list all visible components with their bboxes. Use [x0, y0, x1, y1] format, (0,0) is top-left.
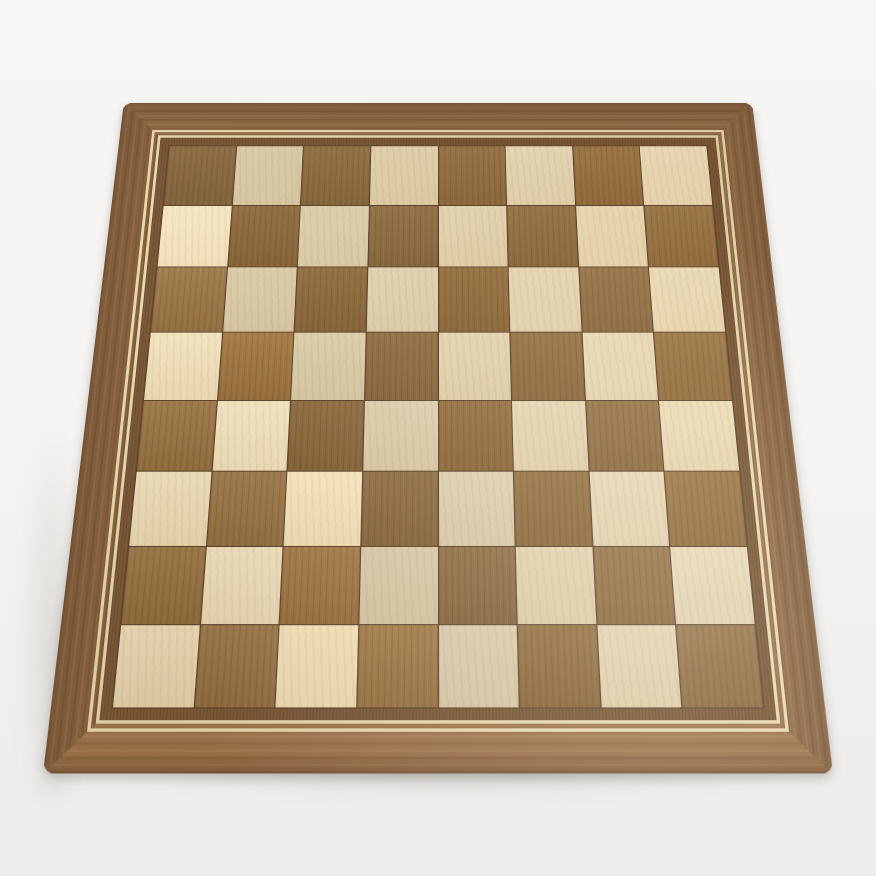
square-e5 [438, 332, 511, 399]
square-g7 [576, 206, 648, 267]
square-b2 [201, 547, 283, 625]
square-c7 [298, 206, 369, 267]
square-b3 [207, 472, 287, 546]
square-h3 [665, 472, 747, 546]
square-g1 [597, 626, 681, 708]
square-f5 [510, 332, 584, 399]
square-f8 [506, 146, 575, 204]
square-h4 [659, 400, 739, 470]
square-b5 [218, 332, 294, 399]
square-a6 [151, 268, 227, 332]
square-d6 [367, 268, 438, 332]
square-h7 [645, 206, 719, 267]
square-h8 [640, 146, 712, 204]
square-a5 [144, 332, 222, 399]
square-h2 [671, 547, 755, 625]
square-a1 [113, 626, 200, 708]
square-h5 [654, 332, 732, 399]
square-f2 [516, 547, 596, 625]
square-g8 [573, 146, 644, 204]
square-f3 [514, 472, 592, 546]
square-f4 [512, 400, 588, 470]
square-d2 [359, 547, 437, 625]
square-d3 [361, 472, 437, 546]
square-b7 [228, 206, 300, 267]
square-b4 [212, 400, 290, 470]
square-a4 [137, 400, 217, 470]
square-e4 [439, 400, 513, 470]
square-g5 [582, 332, 658, 399]
playing-area [113, 146, 763, 707]
square-c2 [280, 547, 360, 625]
square-b1 [194, 626, 278, 708]
square-d7 [368, 206, 437, 267]
square-d4 [363, 400, 437, 470]
square-e8 [438, 146, 506, 204]
square-e7 [438, 206, 507, 267]
square-a8 [164, 146, 236, 204]
photo-background [0, 0, 876, 876]
board-frame [43, 103, 833, 774]
square-b8 [232, 146, 303, 204]
square-h1 [677, 626, 764, 708]
square-c6 [295, 268, 368, 332]
square-f6 [509, 268, 582, 332]
square-a7 [157, 206, 231, 267]
square-g3 [589, 472, 669, 546]
square-c1 [276, 626, 358, 708]
square-b6 [223, 268, 297, 332]
square-c5 [291, 332, 365, 399]
square-f1 [518, 626, 600, 708]
square-g2 [593, 547, 675, 625]
square-d1 [357, 626, 437, 708]
square-c3 [284, 472, 362, 546]
square-g4 [586, 400, 664, 470]
square-a3 [129, 472, 211, 546]
square-d8 [370, 146, 438, 204]
square-c8 [301, 146, 370, 204]
square-e6 [438, 268, 509, 332]
square-a2 [121, 547, 205, 625]
square-e3 [439, 472, 515, 546]
square-c4 [288, 400, 364, 470]
square-h6 [649, 268, 725, 332]
square-g6 [579, 268, 653, 332]
chessboard [43, 103, 833, 774]
square-f7 [507, 206, 578, 267]
square-e1 [439, 626, 519, 708]
square-d5 [365, 332, 438, 399]
square-e2 [439, 547, 517, 625]
